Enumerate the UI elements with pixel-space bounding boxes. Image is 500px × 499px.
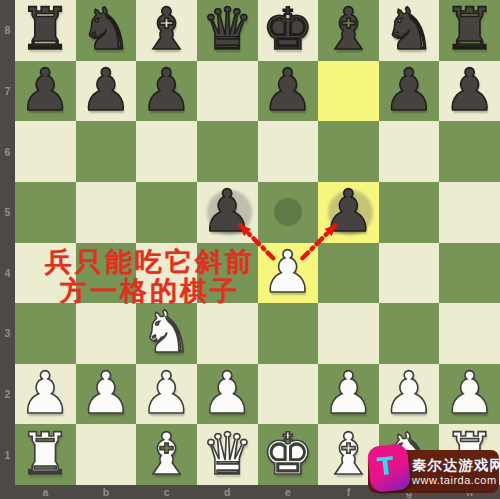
- square-h2[interactable]: ♟: [439, 364, 500, 425]
- square-a4[interactable]: [15, 243, 76, 304]
- square-a8[interactable]: ♜: [15, 0, 76, 61]
- square-g7[interactable]: ♟: [379, 61, 440, 122]
- watermark-site-name: 秦尔达游戏网: [412, 457, 500, 474]
- rank-label-7: 7: [0, 61, 15, 122]
- square-e1[interactable]: ♚: [258, 424, 319, 485]
- black-queen[interactable]: ♛: [201, 0, 253, 58]
- white-pawn[interactable]: ♟: [322, 364, 374, 422]
- black-pawn[interactable]: ♟: [444, 61, 496, 119]
- square-h5[interactable]: [439, 182, 500, 243]
- square-a5[interactable]: [15, 182, 76, 243]
- square-e5[interactable]: [258, 182, 319, 243]
- square-f2[interactable]: ♟: [318, 364, 379, 425]
- square-d3[interactable]: [197, 303, 258, 364]
- square-e8[interactable]: ♚: [258, 0, 319, 61]
- black-knight[interactable]: ♞: [383, 0, 435, 58]
- square-d7[interactable]: [197, 61, 258, 122]
- square-g8[interactable]: ♞: [379, 0, 440, 61]
- black-rook[interactable]: ♜: [444, 0, 496, 58]
- square-g2[interactable]: ♟: [379, 364, 440, 425]
- square-d6[interactable]: [197, 121, 258, 182]
- rank-label-4: 4: [0, 243, 15, 304]
- square-f3[interactable]: [318, 303, 379, 364]
- square-b2[interactable]: ♟: [76, 364, 137, 425]
- square-h3[interactable]: [439, 303, 500, 364]
- black-rook[interactable]: ♜: [19, 0, 71, 58]
- black-bishop[interactable]: ♝: [141, 0, 193, 58]
- square-f8[interactable]: ♝: [318, 0, 379, 61]
- square-h4[interactable]: [439, 243, 500, 304]
- square-d4[interactable]: [197, 243, 258, 304]
- rank-label-5: 5: [0, 182, 15, 243]
- square-e6[interactable]: [258, 121, 319, 182]
- square-f6[interactable]: [318, 121, 379, 182]
- white-pawn[interactable]: ♟: [201, 364, 253, 422]
- square-a6[interactable]: [15, 121, 76, 182]
- white-knight[interactable]: ♞: [141, 303, 193, 361]
- square-c3[interactable]: ♞: [136, 303, 197, 364]
- white-king[interactable]: ♚: [262, 425, 314, 483]
- watermark-url: www.tairda.com: [412, 474, 500, 487]
- square-b6[interactable]: [76, 121, 137, 182]
- square-d2[interactable]: ♟: [197, 364, 258, 425]
- square-c4[interactable]: [136, 243, 197, 304]
- chessboard[interactable]: ♜♞♝♛♚♝♞♜♟♟♟♟♟♟♟♟♟♞♟♟♟♟♟♟♟♜♝♛♚♝♞♜: [15, 0, 500, 485]
- black-pawn[interactable]: ♟: [141, 61, 193, 119]
- rank-label-6: 6: [0, 121, 15, 182]
- logo-letter: T: [376, 452, 395, 482]
- square-g4[interactable]: [379, 243, 440, 304]
- square-f4[interactable]: [318, 243, 379, 304]
- file-label-b: b: [76, 485, 137, 499]
- square-a2[interactable]: ♟: [15, 364, 76, 425]
- square-f7[interactable]: [318, 61, 379, 122]
- square-g3[interactable]: [379, 303, 440, 364]
- black-pawn[interactable]: ♟: [19, 61, 71, 119]
- square-b7[interactable]: ♟: [76, 61, 137, 122]
- white-rook[interactable]: ♜: [19, 425, 71, 483]
- square-c8[interactable]: ♝: [136, 0, 197, 61]
- square-a7[interactable]: ♟: [15, 61, 76, 122]
- square-c6[interactable]: [136, 121, 197, 182]
- black-knight[interactable]: ♞: [80, 0, 132, 58]
- black-pawn[interactable]: ♟: [322, 182, 374, 240]
- rank-labels: 87654321: [0, 0, 15, 485]
- square-c7[interactable]: ♟: [136, 61, 197, 122]
- black-pawn[interactable]: ♟: [80, 61, 132, 119]
- square-b1[interactable]: [76, 424, 137, 485]
- black-bishop[interactable]: ♝: [322, 0, 374, 58]
- square-h6[interactable]: [439, 121, 500, 182]
- square-b3[interactable]: [76, 303, 137, 364]
- rank-label-3: 3: [0, 303, 15, 364]
- white-bishop[interactable]: ♝: [322, 425, 374, 483]
- square-a3[interactable]: [15, 303, 76, 364]
- square-h8[interactable]: ♜: [439, 0, 500, 61]
- square-b5[interactable]: [76, 182, 137, 243]
- white-pawn[interactable]: ♟: [19, 364, 71, 422]
- square-e7[interactable]: ♟: [258, 61, 319, 122]
- rank-label-8: 8: [0, 0, 15, 61]
- black-pawn[interactable]: ♟: [262, 61, 314, 119]
- square-d8[interactable]: ♛: [197, 0, 258, 61]
- white-pawn[interactable]: ♟: [80, 364, 132, 422]
- square-a1[interactable]: ♜: [15, 424, 76, 485]
- watermark-logo-icon: T: [367, 443, 412, 493]
- white-pawn[interactable]: ♟: [444, 364, 496, 422]
- square-g5[interactable]: [379, 182, 440, 243]
- square-g6[interactable]: [379, 121, 440, 182]
- square-b4[interactable]: [76, 243, 137, 304]
- square-h7[interactable]: ♟: [439, 61, 500, 122]
- white-bishop[interactable]: ♝: [141, 425, 193, 483]
- white-pawn[interactable]: ♟: [141, 364, 193, 422]
- square-c1[interactable]: ♝: [136, 424, 197, 485]
- black-pawn[interactable]: ♟: [383, 61, 435, 119]
- black-king[interactable]: ♚: [262, 0, 314, 58]
- square-b8[interactable]: ♞: [76, 0, 137, 61]
- square-d5[interactable]: ♟: [197, 182, 258, 243]
- square-e3[interactable]: [258, 303, 319, 364]
- white-queen[interactable]: ♛: [201, 425, 253, 483]
- square-c2[interactable]: ♟: [136, 364, 197, 425]
- square-e4[interactable]: ♟: [258, 243, 319, 304]
- watermark: T 秦尔达游戏网 www.tairda.com: [368, 450, 499, 493]
- white-pawn[interactable]: ♟: [383, 364, 435, 422]
- square-c5[interactable]: [136, 182, 197, 243]
- square-f5[interactable]: ♟: [318, 182, 379, 243]
- square-e2[interactable]: [258, 364, 319, 425]
- rank-label-1: 1: [0, 424, 15, 485]
- chess-app: 87654321 ♜♞♝♛♚♝♞♜♟♟♟♟♟♟♟♟♟♞♟♟♟♟♟♟♟♜♝♛♚♝♞…: [0, 0, 500, 499]
- rank-label-2: 2: [0, 364, 15, 425]
- white-pawn[interactable]: ♟: [262, 243, 314, 301]
- black-pawn[interactable]: ♟: [201, 182, 253, 240]
- square-d1[interactable]: ♛: [197, 424, 258, 485]
